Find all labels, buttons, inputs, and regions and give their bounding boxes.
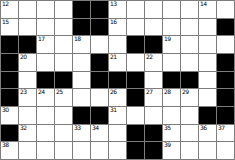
white-cell-r3c4[interactable] (55, 36, 72, 53)
white-cell-r9c13[interactable] (217, 142, 234, 159)
black-cell-r5c6 (91, 72, 108, 89)
white-cell-r8c4[interactable] (55, 125, 72, 142)
white-cell-r4c9[interactable]: 22 (145, 54, 162, 71)
white-cell-r9c12[interactable] (199, 142, 216, 159)
black-cell-r4c13 (217, 54, 234, 71)
black-cell-r6c1 (1, 89, 18, 106)
white-cell-r1c11[interactable] (181, 1, 198, 18)
clue-number-20: 20 (20, 54, 27, 60)
clue-number-30: 30 (2, 107, 9, 113)
clue-number-39: 39 (164, 142, 171, 148)
black-cell-r1c6 (91, 1, 108, 18)
black-cell-r8c8 (127, 125, 144, 142)
white-cell-r8c2[interactable]: 32 (19, 125, 36, 142)
white-cell-r8c5[interactable]: 33 (73, 125, 90, 142)
white-cell-r8c3[interactable] (37, 125, 54, 142)
white-cell-r2c9[interactable] (145, 19, 162, 36)
white-cell-r3c3[interactable]: 17 (37, 36, 54, 53)
white-cell-r2c4[interactable] (55, 19, 72, 36)
black-cell-r2c6 (91, 19, 108, 36)
white-cell-r5c2[interactable] (19, 72, 36, 89)
white-cell-r7c4[interactable] (55, 107, 72, 124)
clue-number-27: 27 (146, 89, 153, 95)
black-cell-r5c4 (55, 72, 72, 89)
clue-number-32: 32 (20, 125, 27, 131)
black-cell-r3c9 (145, 36, 162, 53)
white-cell-r9c4[interactable] (55, 142, 72, 159)
white-cell-r1c9[interactable] (145, 1, 162, 18)
clue-number-19: 19 (164, 36, 171, 42)
white-cell-r1c1[interactable]: 12 (1, 1, 18, 18)
clue-number-26: 26 (110, 89, 117, 95)
white-cell-r3c6[interactable] (91, 36, 108, 53)
black-cell-r2c13 (217, 19, 234, 36)
clue-number-23: 23 (20, 89, 27, 95)
white-cell-r1c10[interactable] (163, 1, 180, 18)
black-cell-r4c1 (1, 54, 18, 71)
white-cell-r4c4[interactable] (55, 54, 72, 71)
black-cell-r6c8 (127, 89, 144, 106)
white-cell-r6c4[interactable]: 25 (55, 89, 72, 106)
white-cell-r6c9[interactable]: 27 (145, 89, 162, 106)
crossword-grid: 1213141516171819202122232425262728293031… (0, 0, 235, 160)
white-cell-r6c6[interactable] (91, 89, 108, 106)
white-cell-r5c9[interactable] (145, 72, 162, 89)
clue-number-17: 17 (38, 36, 45, 42)
white-cell-r1c13[interactable] (217, 1, 234, 18)
black-cell-r7c13 (217, 107, 234, 124)
white-cell-r2c12[interactable] (199, 19, 216, 36)
white-cell-r4c3[interactable] (37, 54, 54, 71)
white-cell-r7c2[interactable] (19, 107, 36, 124)
white-cell-r4c5[interactable] (73, 54, 90, 71)
clue-number-15: 15 (2, 19, 9, 25)
white-cell-r1c7[interactable]: 13 (109, 1, 126, 18)
white-cell-r7c1[interactable]: 30 (1, 107, 18, 124)
white-cell-r8c10[interactable]: 35 (163, 125, 180, 142)
white-cell-r3c10[interactable]: 19 (163, 36, 180, 53)
white-cell-r7c9[interactable] (145, 107, 162, 124)
white-cell-r7c11[interactable] (181, 107, 198, 124)
clue-number-14: 14 (200, 1, 207, 7)
black-cell-r8c1 (1, 125, 18, 142)
clue-number-28: 28 (164, 89, 171, 95)
black-cell-r6c13 (217, 89, 234, 106)
black-cell-r5c10 (163, 72, 180, 89)
black-cell-r7c6 (91, 107, 108, 124)
clue-number-18: 18 (74, 36, 81, 42)
clue-number-16: 16 (110, 19, 117, 25)
white-cell-r6c11[interactable]: 29 (181, 89, 198, 106)
clue-number-25: 25 (56, 89, 63, 95)
black-cell-r5c1 (1, 72, 18, 89)
white-cell-r8c11[interactable] (181, 125, 198, 142)
black-cell-r5c8 (127, 72, 144, 89)
white-cell-r2c1[interactable]: 15 (1, 19, 18, 36)
black-cell-r3c2 (19, 36, 36, 53)
white-cell-r2c7[interactable]: 16 (109, 19, 126, 36)
white-cell-r3c13[interactable] (217, 36, 234, 53)
white-cell-r3c5[interactable]: 18 (73, 36, 90, 53)
black-cell-r5c11 (181, 72, 198, 89)
black-cell-r5c3 (37, 72, 54, 89)
white-cell-r9c10[interactable]: 39 (163, 142, 180, 159)
clue-number-12: 12 (2, 1, 9, 7)
white-cell-r1c3[interactable] (37, 1, 54, 18)
white-cell-r4c10[interactable] (163, 54, 180, 71)
black-cell-r1c5 (73, 1, 90, 18)
white-cell-r1c12[interactable]: 14 (199, 1, 216, 18)
white-cell-r8c12[interactable]: 36 (199, 125, 216, 142)
white-cell-r9c2[interactable] (19, 142, 36, 159)
screenshot: 1213141516171819202122232425262728293031… (0, 0, 235, 160)
black-cell-r8c9 (145, 125, 162, 142)
clue-number-22: 22 (146, 54, 153, 60)
white-cell-r8c6[interactable]: 34 (91, 125, 108, 142)
white-cell-r1c2[interactable] (19, 1, 36, 18)
white-cell-r9c1[interactable]: 38 (1, 142, 18, 159)
white-cell-r6c3[interactable]: 24 (37, 89, 54, 106)
black-cell-r5c7 (109, 72, 126, 89)
black-cell-r9c9 (145, 142, 162, 159)
white-cell-r2c8[interactable] (127, 19, 144, 36)
white-cell-r6c10[interactable]: 28 (163, 89, 180, 106)
black-cell-r2c5 (73, 19, 90, 36)
white-cell-r3c7[interactable] (109, 36, 126, 53)
white-cell-r2c11[interactable] (181, 19, 198, 36)
clue-number-36: 36 (200, 125, 207, 131)
white-cell-r3c11[interactable] (181, 36, 198, 53)
black-cell-r9c8 (127, 142, 144, 159)
white-cell-r6c2[interactable]: 23 (19, 89, 36, 106)
clue-number-31: 31 (110, 107, 117, 113)
white-cell-r9c3[interactable] (37, 142, 54, 159)
white-cell-r5c12[interactable] (199, 72, 216, 89)
white-cell-r4c8[interactable] (127, 54, 144, 71)
clue-number-35: 35 (164, 125, 171, 131)
white-cell-r4c12[interactable] (199, 54, 216, 71)
white-cell-r6c7[interactable]: 26 (109, 89, 126, 106)
white-cell-r1c8[interactable] (127, 1, 144, 18)
white-cell-r8c13[interactable]: 37 (217, 125, 234, 142)
white-cell-r9c5[interactable] (73, 142, 90, 159)
black-cell-r3c8 (127, 36, 144, 53)
white-cell-r5c5[interactable] (73, 72, 90, 89)
black-cell-r5c13 (217, 72, 234, 89)
clue-number-24: 24 (38, 89, 45, 95)
white-cell-r7c3[interactable] (37, 107, 54, 124)
black-cell-r7c5 (73, 107, 90, 124)
white-cell-r9c11[interactable] (181, 142, 198, 159)
clue-number-29: 29 (182, 89, 189, 95)
white-cell-r4c11[interactable] (181, 54, 198, 71)
clue-number-33: 33 (74, 125, 81, 131)
white-cell-r4c7[interactable]: 21 (109, 54, 126, 71)
white-cell-r7c8[interactable] (127, 107, 144, 124)
clue-number-34: 34 (92, 125, 99, 131)
white-cell-r7c7[interactable]: 31 (109, 107, 126, 124)
white-cell-r2c3[interactable] (37, 19, 54, 36)
clue-number-21: 21 (110, 54, 117, 60)
white-cell-r9c7[interactable] (109, 142, 126, 159)
white-cell-r6c5[interactable] (73, 89, 90, 106)
black-cell-r7c12 (199, 107, 216, 124)
white-cell-r4c2[interactable]: 20 (19, 54, 36, 71)
white-cell-r8c7[interactable] (109, 125, 126, 142)
white-cell-r6c12[interactable] (199, 89, 216, 106)
white-cell-r7c10[interactable] (163, 107, 180, 124)
white-cell-r2c10[interactable] (163, 19, 180, 36)
white-cell-r2c2[interactable] (19, 19, 36, 36)
white-cell-r9c6[interactable] (91, 142, 108, 159)
clue-number-13: 13 (110, 1, 117, 7)
black-cell-r3c1 (1, 36, 18, 53)
white-cell-r1c4[interactable] (55, 1, 72, 18)
clue-number-38: 38 (2, 142, 9, 148)
black-cell-r4c6 (91, 54, 108, 71)
clue-number-37: 37 (218, 125, 225, 131)
white-cell-r3c12[interactable] (199, 36, 216, 53)
